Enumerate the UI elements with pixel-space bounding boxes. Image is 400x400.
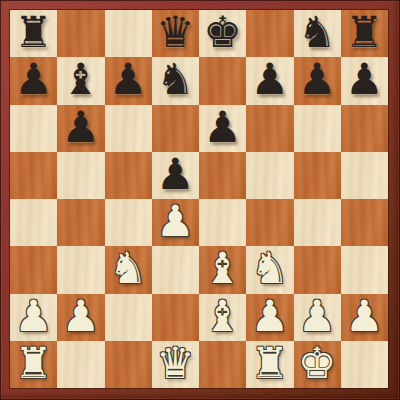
square-c5[interactable]	[105, 152, 152, 199]
square-g2[interactable]: ♟	[294, 294, 341, 341]
square-h5[interactable]	[341, 152, 388, 199]
square-b3[interactable]	[57, 246, 104, 293]
square-f8[interactable]	[246, 10, 293, 57]
black-pawn-b6: ♟	[62, 106, 101, 149]
square-g4[interactable]	[294, 199, 341, 246]
square-a7[interactable]: ♟	[10, 57, 57, 104]
board: ♜♛♚♞♜♟♝♟♞♟♟♟♟♟♟♟♞♝♞♟♟♝♟♟♟♜♛♜♚	[10, 10, 388, 388]
square-d6[interactable]	[152, 105, 199, 152]
square-h7[interactable]: ♟	[341, 57, 388, 104]
black-bishop-b7: ♝	[62, 58, 101, 101]
square-e3[interactable]: ♝	[199, 246, 246, 293]
square-g7[interactable]: ♟	[294, 57, 341, 104]
square-f6[interactable]	[246, 105, 293, 152]
square-h1[interactable]	[341, 341, 388, 388]
square-g1[interactable]: ♚	[294, 341, 341, 388]
square-e5[interactable]	[199, 152, 246, 199]
square-a1[interactable]: ♜	[10, 341, 57, 388]
black-pawn-e6: ♟	[203, 106, 242, 149]
square-b1[interactable]	[57, 341, 104, 388]
white-pawn-a2: ♟	[14, 295, 53, 338]
white-pawn-g2: ♟	[298, 295, 337, 338]
square-d3[interactable]	[152, 246, 199, 293]
black-queen-d8: ♛	[156, 11, 195, 54]
square-a4[interactable]	[10, 199, 57, 246]
black-rook-a8: ♜	[14, 11, 53, 54]
black-pawn-f7: ♟	[251, 58, 290, 101]
square-b5[interactable]	[57, 152, 104, 199]
square-e7[interactable]	[199, 57, 246, 104]
white-rook-f1: ♜	[251, 342, 290, 385]
square-c1[interactable]	[105, 341, 152, 388]
square-g5[interactable]	[294, 152, 341, 199]
square-e2[interactable]: ♝	[199, 294, 246, 341]
black-pawn-d5: ♟	[156, 153, 195, 196]
square-f5[interactable]	[246, 152, 293, 199]
square-c2[interactable]	[105, 294, 152, 341]
square-a3[interactable]	[10, 246, 57, 293]
white-bishop-e3: ♝	[203, 247, 242, 290]
square-a8[interactable]: ♜	[10, 10, 57, 57]
square-d8[interactable]: ♛	[152, 10, 199, 57]
square-c3[interactable]: ♞	[105, 246, 152, 293]
black-pawn-g7: ♟	[298, 58, 337, 101]
white-rook-a1: ♜	[14, 342, 53, 385]
square-f4[interactable]	[246, 199, 293, 246]
square-h3[interactable]	[341, 246, 388, 293]
white-knight-f3: ♞	[251, 247, 290, 290]
square-c6[interactable]	[105, 105, 152, 152]
square-f1[interactable]: ♜	[246, 341, 293, 388]
white-knight-c3: ♞	[109, 247, 148, 290]
square-b6[interactable]: ♟	[57, 105, 104, 152]
square-d4[interactable]: ♟	[152, 199, 199, 246]
square-b4[interactable]	[57, 199, 104, 246]
square-c8[interactable]	[105, 10, 152, 57]
square-f7[interactable]: ♟	[246, 57, 293, 104]
board-frame: ♜♛♚♞♜♟♝♟♞♟♟♟♟♟♟♟♞♝♞♟♟♝♟♟♟♜♛♜♚	[0, 0, 400, 400]
black-pawn-a7: ♟	[14, 58, 53, 101]
square-d1[interactable]: ♛	[152, 341, 199, 388]
square-f3[interactable]: ♞	[246, 246, 293, 293]
black-rook-h8: ♜	[345, 11, 384, 54]
square-c4[interactable]	[105, 199, 152, 246]
square-b8[interactable]	[57, 10, 104, 57]
square-h4[interactable]	[341, 199, 388, 246]
white-pawn-d4: ♟	[156, 200, 195, 243]
square-d2[interactable]	[152, 294, 199, 341]
square-g3[interactable]	[294, 246, 341, 293]
black-knight-g8: ♞	[298, 11, 337, 54]
square-d7[interactable]: ♞	[152, 57, 199, 104]
square-c7[interactable]: ♟	[105, 57, 152, 104]
square-g6[interactable]	[294, 105, 341, 152]
square-e4[interactable]	[199, 199, 246, 246]
square-e1[interactable]	[199, 341, 246, 388]
square-d5[interactable]: ♟	[152, 152, 199, 199]
white-queen-d1: ♛	[156, 342, 195, 385]
square-h8[interactable]: ♜	[341, 10, 388, 57]
square-h2[interactable]: ♟	[341, 294, 388, 341]
square-h6[interactable]	[341, 105, 388, 152]
square-a5[interactable]	[10, 152, 57, 199]
square-a6[interactable]	[10, 105, 57, 152]
square-f2[interactable]: ♟	[246, 294, 293, 341]
square-b7[interactable]: ♝	[57, 57, 104, 104]
white-king-g1: ♚	[298, 342, 337, 385]
square-b2[interactable]: ♟	[57, 294, 104, 341]
black-knight-d7: ♞	[156, 58, 195, 101]
black-pawn-c7: ♟	[109, 58, 148, 101]
square-a2[interactable]: ♟	[10, 294, 57, 341]
black-king-e8: ♚	[203, 11, 242, 54]
square-g8[interactable]: ♞	[294, 10, 341, 57]
square-e8[interactable]: ♚	[199, 10, 246, 57]
white-bishop-e2: ♝	[203, 295, 242, 338]
white-pawn-b2: ♟	[62, 295, 101, 338]
black-pawn-h7: ♟	[345, 58, 384, 101]
square-e6[interactable]: ♟	[199, 105, 246, 152]
white-pawn-h2: ♟	[345, 295, 384, 338]
white-pawn-f2: ♟	[251, 295, 290, 338]
